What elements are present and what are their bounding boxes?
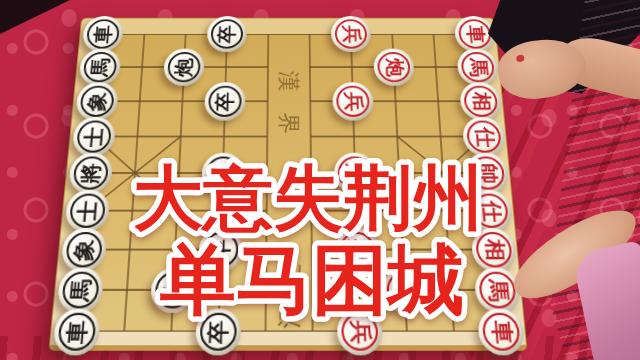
board-perspective-wrap: 漢 界 楚 河 車馬象士將士象馬車炮炮卒卒卒卒卒車馬相仕帥仕相馬車炮炮兵兵兵兵兵 [48, 18, 527, 351]
piece-character: 車 [464, 25, 485, 43]
piece-ring: 將 [72, 157, 109, 190]
piece-ring: 車 [57, 313, 97, 351]
fingernail [516, 54, 525, 62]
piece-character: 兵 [346, 239, 368, 261]
piece-ring: 卒 [199, 313, 237, 351]
piece-ring: 車 [86, 19, 120, 48]
piece-character: 兵 [342, 92, 363, 111]
red-soldier[interactable]: 兵 [332, 82, 374, 120]
river-label-han: 漢 [274, 68, 303, 95]
piece-character: 卒 [207, 320, 230, 343]
piece-ring: 仕 [466, 121, 502, 153]
red-soldier[interactable]: 兵 [331, 16, 372, 52]
piece-character: 士 [76, 200, 99, 221]
piece-ring: 象 [79, 86, 115, 117]
piece-character: 車 [489, 320, 514, 343]
piece-character: 仕 [473, 127, 495, 147]
piece-ring: 相 [463, 86, 499, 117]
piece-ring: 車 [481, 313, 521, 351]
piece-character: 炮 [383, 58, 404, 77]
piece-ring: 象 [65, 232, 103, 267]
piece-ring: 炮 [377, 52, 411, 82]
piece-character: 兵 [341, 25, 361, 43]
piece-ring: 馬 [61, 272, 100, 309]
piece-ring: 卒 [208, 86, 242, 117]
piece-character: 卒 [212, 163, 234, 183]
piece-character: 馬 [89, 58, 111, 77]
piece-ring: 車 [458, 19, 492, 48]
red-soldier[interactable]: 兵 [334, 153, 377, 194]
piece-ring: 仕 [472, 194, 510, 228]
piece-ring: 卒 [203, 232, 239, 267]
river-label-chu: 楚 [273, 259, 305, 291]
piece-ring: 相 [475, 232, 513, 267]
piece-ring: 兵 [338, 157, 373, 190]
xiangqi-board[interactable]: 漢 界 楚 河 車馬象士將士象馬車炮炮卒卒卒卒卒車馬相仕帥仕相馬車炮炮兵兵兵兵兵 [48, 18, 527, 351]
piece-ring: 帥 [469, 157, 506, 190]
piece-ring: 炮 [386, 272, 424, 309]
piece-ring: 炮 [167, 52, 201, 82]
piece-ring: 卒 [205, 157, 240, 190]
river-label-jie: 界 [274, 109, 304, 137]
piece-character: 兵 [344, 163, 366, 183]
piece-character: 卒 [210, 239, 232, 261]
piece-ring: 兵 [341, 313, 379, 351]
piece-ring: 馬 [460, 52, 495, 82]
piece-character: 相 [470, 92, 492, 111]
river-label-he: 河 [273, 300, 305, 333]
piece-character: 象 [72, 239, 96, 261]
piece-ring: 卒 [210, 19, 243, 48]
piece-ring: 馬 [478, 272, 517, 309]
piece-ring: 兵 [336, 86, 370, 117]
black-chariot[interactable]: 車 [52, 308, 101, 355]
piece-character: 士 [83, 127, 105, 147]
piece-character: 卒 [217, 25, 237, 43]
piece-character: 卒 [215, 92, 236, 111]
board-field[interactable]: 漢 界 楚 河 車馬象士將士象馬車炮炮卒卒卒卒卒車馬相仕帥仕相馬車炮炮兵兵兵兵兵 [77, 34, 501, 332]
piece-ring: 士 [76, 121, 112, 153]
piece-ring: 兵 [335, 19, 368, 48]
piece-character: 車 [92, 25, 113, 43]
piece-character: 馬 [467, 58, 489, 77]
red-soldier[interactable]: 兵 [337, 308, 383, 355]
piece-character: 炮 [162, 279, 185, 302]
piece-character: 相 [482, 239, 506, 261]
red-soldier[interactable]: 兵 [335, 228, 380, 272]
video-frame: 漢 界 楚 河 車馬象士將士象馬車炮炮卒卒卒卒卒車馬相仕帥仕相馬車炮炮兵兵兵兵兵… [0, 0, 640, 360]
piece-character: 將 [79, 163, 102, 183]
piece-character: 車 [65, 320, 90, 343]
piece-character: 炮 [393, 279, 416, 302]
piece-ring: 馬 [83, 52, 118, 82]
black-soldier[interactable]: 卒 [195, 308, 241, 355]
piece-character: 兵 [348, 320, 371, 343]
piece-character: 象 [86, 92, 108, 111]
piece-character: 馬 [485, 279, 509, 302]
piece-character: 炮 [174, 58, 195, 77]
piece-character: 仕 [479, 200, 502, 221]
dark-table-corner [0, 0, 70, 34]
piece-ring: 兵 [339, 232, 375, 267]
piece-character: 帥 [476, 163, 499, 183]
red-chariot[interactable]: 車 [477, 308, 526, 355]
piece-character: 馬 [69, 279, 93, 302]
piece-ring: 士 [69, 194, 107, 228]
piece-ring: 炮 [154, 272, 192, 309]
